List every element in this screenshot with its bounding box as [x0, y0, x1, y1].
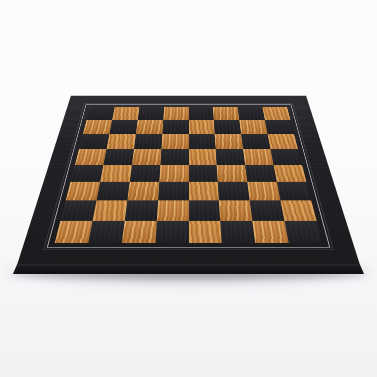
board-square[interactable] — [214, 120, 241, 134]
board-square[interactable] — [216, 149, 245, 165]
board-square[interactable] — [189, 221, 222, 243]
board-square[interactable] — [55, 221, 93, 243]
board-square[interactable] — [265, 120, 294, 134]
board-square[interactable] — [274, 165, 307, 182]
board-square[interactable] — [66, 182, 100, 201]
product-photo-background — [0, 0, 377, 377]
board-square[interactable] — [241, 134, 270, 149]
board-square[interactable] — [189, 149, 217, 165]
board-square[interactable] — [60, 201, 96, 221]
board-square[interactable] — [277, 182, 311, 201]
board-square[interactable] — [130, 165, 161, 182]
board-square[interactable] — [243, 149, 273, 165]
board-square[interactable] — [218, 182, 250, 201]
board-square[interactable] — [112, 107, 139, 120]
board-square[interactable] — [71, 165, 104, 182]
board-square[interactable] — [161, 134, 188, 149]
board-square[interactable] — [155, 221, 188, 243]
board-square[interactable] — [158, 182, 189, 201]
board-square[interactable] — [132, 149, 161, 165]
board-square[interactable] — [189, 201, 221, 221]
board-square[interactable] — [189, 120, 215, 134]
board-square[interactable] — [124, 201, 157, 221]
board-square[interactable] — [221, 221, 256, 243]
board-square[interactable] — [239, 120, 267, 134]
board-square[interactable] — [217, 165, 248, 182]
board-square[interactable] — [79, 134, 109, 149]
board-square[interactable] — [92, 201, 127, 221]
board-square[interactable] — [238, 107, 265, 120]
board-square[interactable] — [245, 165, 277, 182]
board-square[interactable] — [136, 120, 163, 134]
board-square[interactable] — [285, 221, 323, 243]
board-square[interactable] — [96, 182, 129, 201]
board-square[interactable] — [189, 165, 218, 182]
board-square[interactable] — [83, 120, 112, 134]
board-square[interactable] — [160, 149, 188, 165]
board-square[interactable] — [213, 107, 239, 120]
board-square[interactable] — [159, 165, 188, 182]
board-square[interactable] — [215, 134, 243, 149]
board-square[interactable] — [281, 201, 317, 221]
board-square[interactable] — [163, 107, 188, 120]
board-square[interactable] — [100, 165, 132, 182]
board-square[interactable] — [127, 182, 159, 201]
board-square[interactable] — [219, 201, 252, 221]
board-square[interactable] — [106, 134, 135, 149]
board-square[interactable] — [109, 120, 137, 134]
board-square[interactable] — [156, 201, 188, 221]
board-square[interactable] — [253, 221, 289, 243]
board-squares-grid — [55, 107, 323, 243]
board-front-edge — [13, 264, 364, 274]
board-square[interactable] — [87, 107, 115, 120]
board-square[interactable] — [271, 149, 302, 165]
board-square[interactable] — [250, 201, 285, 221]
board-square[interactable] — [134, 134, 162, 149]
board-square[interactable] — [122, 221, 157, 243]
board-square[interactable] — [75, 149, 106, 165]
board-square[interactable] — [262, 107, 290, 120]
board-square[interactable] — [189, 134, 216, 149]
board-square[interactable] — [189, 182, 220, 201]
board-square[interactable] — [88, 221, 124, 243]
board-square[interactable] — [103, 149, 133, 165]
board-square[interactable] — [268, 134, 298, 149]
board-square[interactable] — [162, 120, 188, 134]
board-square[interactable] — [189, 107, 214, 120]
board-square[interactable] — [247, 182, 280, 201]
board-square[interactable] — [138, 107, 164, 120]
chess-board — [17, 96, 360, 265]
